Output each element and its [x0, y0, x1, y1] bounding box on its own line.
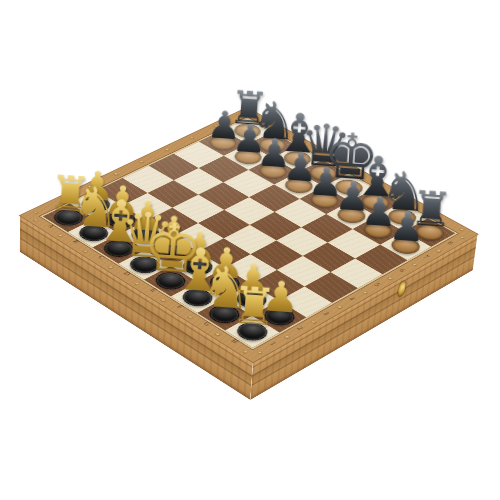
piece-white-bishop[interactable]: ♝: [93, 234, 146, 264]
piece-figure: ♜: [37, 145, 106, 220]
screw-icon: [215, 333, 220, 336]
screw-icon: [87, 185, 92, 188]
board-box: ♜♞♝♛♚♝♞♜♟♟♟♟♟♟♟♟♟♟♟♟♟♟♟♟♜♞♝♛♚♝♞♜ ABCDEFG…: [20, 108, 477, 363]
square-g6[interactable]: [328, 229, 380, 258]
board-tilt-wrapper: ♜♞♝♛♚♝♞♜♟♟♟♟♟♟♟♟♟♟♟♟♟♟♟♟♜♞♝♛♚♝♞♜ ABCDEFG…: [0, 0, 500, 500]
screw-icon: [243, 350, 248, 353]
screw-icon: [83, 250, 88, 253]
screw-icon: [352, 169, 357, 172]
piece-base: [307, 190, 343, 210]
piece-figure: ♝: [344, 132, 411, 205]
screw-icon: [460, 236, 465, 239]
piece-base: [126, 254, 164, 275]
screw-icon: [276, 128, 281, 130]
screw-icon: [33, 219, 38, 222]
screw-icon: [61, 198, 66, 201]
product-photo-stage: ♜♞♝♛♚♝♞♜♟♟♟♟♟♟♟♟♟♟♟♟♟♟♟♟♜♞♝♛♚♝♞♜ ABCDEFG…: [0, 0, 500, 500]
screw-icon: [459, 228, 464, 231]
screw-icon: [161, 299, 166, 302]
screw-icon: [326, 155, 331, 157]
screw-icon: [412, 263, 417, 266]
piece-figure: ♜: [398, 160, 467, 234]
screw-icon: [188, 316, 193, 319]
screw-icon: [388, 277, 393, 280]
square-f5[interactable]: [276, 227, 328, 256]
screw-icon: [301, 141, 306, 143]
perspective-wrapper: ♜♞♝♛♚♝♞♜♟♟♟♟♟♟♟♟♟♟♟♟♟♟♟♟♜♞♝♛♚♝♞♜ ABCDEFG…: [0, 0, 500, 500]
screw-icon: [238, 114, 243, 116]
screw-icon: [33, 211, 38, 214]
screw-icon: [58, 234, 63, 237]
screw-icon: [214, 125, 219, 127]
screw-icon: [311, 320, 316, 323]
screw-icon: [378, 184, 383, 187]
screw-icon: [108, 266, 113, 269]
screw-icon: [165, 148, 170, 150]
screw-icon: [363, 291, 368, 294]
piece-base: [77, 195, 114, 215]
screw-icon: [284, 336, 289, 339]
screw-icon: [190, 137, 195, 139]
piece-base: [233, 320, 272, 343]
screw-icon: [257, 351, 262, 354]
screw-icon: [114, 173, 119, 176]
screw-icon: [252, 114, 257, 116]
screw-icon: [436, 250, 441, 253]
piece-base: [153, 240, 190, 261]
piece-figure: ♜: [217, 63, 282, 133]
screw-icon: [337, 306, 342, 309]
screw-icon: [405, 198, 410, 201]
screw-icon: [139, 161, 144, 164]
piece-base: [102, 210, 139, 230]
screw-icon: [134, 282, 139, 285]
screw-icon: [432, 213, 437, 216]
